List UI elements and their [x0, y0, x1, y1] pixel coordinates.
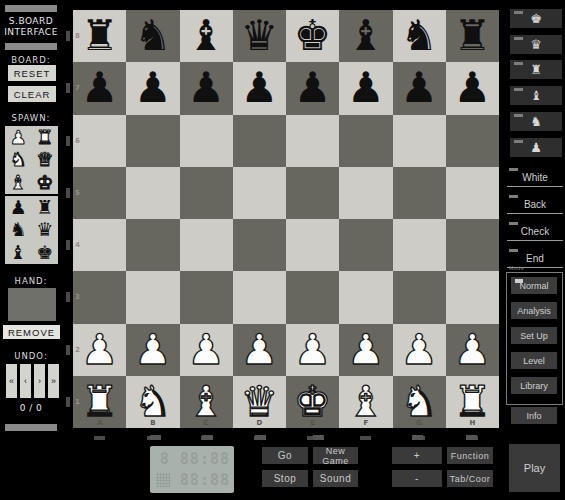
mode-group-label: Mode: [509, 265, 525, 271]
clock-row-secondary: 88:88: [156, 470, 230, 490]
square-d1[interactable]: ♛D: [233, 376, 286, 428]
minus-button[interactable]: -: [392, 470, 442, 487]
black-rook-icon: ♜: [36, 198, 53, 217]
undo-counter: 0 / 0: [0, 403, 62, 413]
square-d7[interactable]: ♟: [233, 62, 286, 114]
stop-button[interactable]: Stop: [262, 470, 308, 487]
square-g4[interactable]: [393, 219, 446, 271]
info-button[interactable]: Info: [511, 407, 557, 424]
square-b2[interactable]: ♟: [126, 324, 179, 376]
rank-label: 2: [75, 346, 80, 354]
square-f6[interactable]: [339, 115, 392, 167]
white-label: White: [522, 172, 548, 183]
spawn-black-bishop-button[interactable]: ♝: [5, 241, 32, 264]
rook-icon: ♜: [530, 63, 542, 76]
rank-tick: [66, 31, 70, 41]
panel-tick: [412, 435, 423, 440]
white-rook-piece: ♜: [454, 381, 492, 423]
new-game-button[interactable]: New Game: [313, 447, 358, 464]
white-pawn-piece: ♟: [187, 329, 225, 371]
rank-tick: [66, 136, 70, 146]
spawn-white-rook-button[interactable]: ♜: [32, 126, 59, 149]
rank-tick: [66, 240, 70, 250]
square-f5[interactable]: [339, 167, 392, 219]
square-e6[interactable]: [286, 115, 339, 167]
clock-row-main: 8 88:88: [156, 449, 230, 469]
button-indicator: [514, 37, 523, 40]
plus-button[interactable]: +: [392, 447, 442, 464]
square-g3[interactable]: [393, 271, 446, 323]
selected-indicator: [515, 279, 523, 283]
rank-label: 6: [75, 137, 80, 145]
white-queen-piece: ♛: [241, 381, 279, 423]
white-pawn-piece: ♟: [294, 329, 332, 371]
white-pawn-icon: ♟: [10, 128, 27, 147]
square-e2[interactable]: ♟: [286, 324, 339, 376]
white-pawn-piece: ♟: [134, 329, 172, 371]
mode-setup-button[interactable]: Set Up: [511, 327, 557, 344]
rank-label: 7: [75, 84, 80, 92]
square-d2[interactable]: ♟: [233, 324, 286, 376]
square-d4[interactable]: [233, 219, 286, 271]
button-indicator: [514, 11, 523, 14]
square-h7[interactable]: ♟: [446, 62, 499, 114]
file-label: G: [416, 419, 422, 427]
white-bishop-icon: ♝: [10, 173, 27, 192]
board-section-label: BOARD:: [0, 55, 62, 65]
white-king-icon: ♚: [36, 173, 53, 192]
panel-tick: [202, 435, 213, 440]
white-pawn-piece: ♟: [81, 329, 119, 371]
square-a4[interactable]: 4: [73, 219, 126, 271]
mode-analysis-button[interactable]: Analysis: [511, 302, 557, 319]
black-king-piece: ♚: [294, 15, 332, 57]
file-label: E: [310, 419, 315, 427]
mode-library-button[interactable]: Library: [511, 377, 557, 394]
spawn-black-knight-button[interactable]: ♞: [5, 219, 32, 242]
black-queen-icon: ♛: [36, 220, 53, 239]
white-pawn-piece: ♟: [454, 329, 492, 371]
square-c5[interactable]: [180, 167, 233, 219]
rank-tick: [66, 397, 70, 407]
hand-display-box: [8, 288, 56, 321]
hand-section-label: HAND:: [0, 276, 62, 286]
knight-icon: ♞: [530, 115, 542, 128]
file-tick: [94, 436, 105, 440]
button-indicator: [514, 114, 523, 117]
back-label: Back: [524, 199, 546, 210]
mode-level-button[interactable]: Level: [511, 352, 557, 369]
rank-label: 4: [75, 241, 80, 249]
square-g2[interactable]: ♟: [393, 324, 446, 376]
white-bishop-piece: ♝: [347, 381, 385, 423]
square-b5[interactable]: [126, 167, 179, 219]
square-e3[interactable]: [286, 271, 339, 323]
tab-coor-button[interactable]: Tab/Coor: [447, 470, 493, 487]
black-rook-piece: ♜: [81, 15, 119, 57]
square-f1[interactable]: ♝F: [339, 376, 392, 428]
bottom-divider-bar: [5, 424, 57, 431]
square-b7[interactable]: ♟: [126, 62, 179, 114]
spawn-black-king-button[interactable]: ♚: [32, 241, 59, 264]
queen-icon: ♛: [530, 38, 542, 51]
spawn-white-bishop-button[interactable]: ♝: [5, 171, 32, 194]
square-d6[interactable]: [233, 115, 286, 167]
square-e1[interactable]: ♚E: [286, 376, 339, 428]
black-knight-piece: ♞: [134, 15, 172, 57]
button-indicator: [509, 195, 518, 198]
spawn-black-queen-button[interactable]: ♛: [32, 219, 59, 242]
square-c7[interactable]: ♟: [180, 62, 233, 114]
spawn-palette-white: ♟♜♞♛♝♚: [5, 126, 58, 194]
function-button[interactable]: Function: [447, 447, 493, 464]
square-g1[interactable]: ♞G: [393, 376, 446, 428]
rook-select-button[interactable]: ♜: [510, 60, 562, 79]
square-e5[interactable]: [286, 167, 339, 219]
square-g7[interactable]: ♟: [393, 62, 446, 114]
black-pawn-piece: ♟: [81, 67, 119, 109]
black-pawn-piece: ♟: [400, 67, 438, 109]
white-knight-piece: ♞: [400, 381, 438, 423]
square-c8[interactable]: ♝: [180, 10, 233, 62]
spawn-white-queen-button[interactable]: ♛: [32, 149, 59, 172]
spawn-palette-black: ♟♜♞♛♝♚: [5, 196, 58, 264]
spawn-white-knight-button[interactable]: ♞: [5, 149, 32, 172]
white-pawn-piece: ♟: [400, 329, 438, 371]
square-c4[interactable]: [180, 219, 233, 271]
file-label: C: [204, 419, 209, 427]
spawn-white-king-button[interactable]: ♚: [32, 171, 59, 194]
clock-digits-secondary: 88:88: [180, 471, 230, 489]
rank-tick: [66, 292, 70, 302]
white-pawn-piece: ♟: [241, 329, 279, 371]
white-button[interactable]: White: [507, 166, 563, 187]
black-pawn-piece: ♟: [187, 67, 225, 109]
back-button[interactable]: Back: [507, 193, 563, 214]
square-b8[interactable]: ♞: [126, 10, 179, 62]
spawn-white-pawn-button[interactable]: ♟: [5, 126, 32, 149]
black-rook-piece: ♜: [454, 15, 492, 57]
square-a5[interactable]: 5: [73, 167, 126, 219]
white-rook-piece: ♜: [81, 381, 119, 423]
square-h3[interactable]: [446, 271, 499, 323]
black-bishop-icon: ♝: [10, 243, 27, 262]
undo-fast-back-button[interactable]: «: [6, 364, 17, 398]
mode-normal-button[interactable]: Normal: [511, 277, 557, 294]
white-pawn-piece: ♟: [347, 329, 385, 371]
square-g8[interactable]: ♞: [393, 10, 446, 62]
button-indicator: [509, 249, 518, 252]
square-b1[interactable]: ♞B: [126, 376, 179, 428]
square-f4[interactable]: [339, 219, 392, 271]
black-pawn-piece: ♟: [347, 67, 385, 109]
square-e7[interactable]: ♟: [286, 62, 339, 114]
king-select-button[interactable]: ♚: [510, 9, 562, 28]
rank-label: 3: [75, 293, 80, 301]
square-b4[interactable]: [126, 219, 179, 271]
undo-back-button[interactable]: ‹: [20, 364, 31, 398]
square-f8[interactable]: ♝: [339, 10, 392, 62]
rank-tick: [66, 188, 70, 198]
square-h5[interactable]: [446, 167, 499, 219]
white-knight-piece: ♞: [134, 381, 172, 423]
square-c1[interactable]: ♝C: [180, 376, 233, 428]
chess-board: ♜8♞♝♛♚♝♞♜♟7♟♟♟♟♟♟♟6543♟2♟♟♟♟♟♟♟♜1A♞B♝C♛D…: [73, 10, 499, 428]
spawn-black-pawn-button[interactable]: ♟: [5, 196, 32, 219]
file-label: D: [256, 419, 262, 427]
app-title-line2: INTERFACE: [0, 27, 62, 37]
mode-normal-label: Normal: [519, 281, 548, 291]
board-grid-icon: [156, 473, 170, 487]
redo-forward-button[interactable]: ›: [34, 364, 45, 398]
black-pawn-icon: ♟: [10, 198, 27, 217]
panel-tick: [313, 435, 324, 440]
square-h4[interactable]: [446, 219, 499, 271]
file-label: F: [363, 419, 368, 427]
remove-button[interactable]: REMOVE: [3, 325, 60, 339]
queen-select-button[interactable]: ♛: [510, 35, 562, 54]
white-knight-icon: ♞: [10, 150, 27, 169]
square-c3[interactable]: [180, 271, 233, 323]
file-tick: [360, 436, 371, 440]
black-knight-icon: ♞: [10, 220, 27, 239]
pawn-select-button[interactable]: ♟: [510, 138, 562, 157]
square-a2[interactable]: ♟2: [73, 324, 126, 376]
square-a7[interactable]: ♟7: [73, 62, 126, 114]
white-rook-icon: ♜: [36, 128, 53, 147]
square-f7[interactable]: ♟: [339, 62, 392, 114]
square-g6[interactable]: [393, 115, 446, 167]
black-bishop-piece: ♝: [347, 15, 385, 57]
clock-digits-main: 8 88:88: [160, 450, 230, 468]
square-b3[interactable]: [126, 271, 179, 323]
file-label: A: [97, 419, 102, 427]
square-h2[interactable]: ♟: [446, 324, 499, 376]
square-f2[interactable]: ♟: [339, 324, 392, 376]
file-label: B: [150, 419, 155, 427]
spawn-section-label: SPAWN:: [0, 113, 62, 123]
top-divider-bar: [5, 5, 57, 12]
black-knight-piece: ♞: [400, 15, 438, 57]
button-indicator: [514, 88, 523, 91]
reset-button[interactable]: RESET: [8, 65, 56, 81]
knight-select-button[interactable]: ♞: [510, 112, 562, 131]
square-d8[interactable]: ♛: [233, 10, 286, 62]
square-a8[interactable]: ♜8: [73, 10, 126, 62]
square-h1[interactable]: ♜H: [446, 376, 499, 428]
play-button[interactable]: Play: [509, 444, 560, 492]
panel-tick: [150, 435, 161, 440]
square-c2[interactable]: ♟: [180, 324, 233, 376]
black-pawn-piece: ♟: [454, 67, 492, 109]
black-queen-piece: ♛: [241, 15, 279, 57]
app-title-line1: S.BOARD: [0, 16, 62, 26]
square-a6[interactable]: 6: [73, 115, 126, 167]
bishop-select-button[interactable]: ♝: [510, 86, 562, 105]
square-c6[interactable]: [180, 115, 233, 167]
black-king-icon: ♚: [36, 243, 53, 262]
button-indicator: [509, 222, 518, 225]
rank-label: 5: [75, 189, 80, 197]
spawn-black-rook-button[interactable]: ♜: [32, 196, 59, 219]
black-bishop-piece: ♝: [187, 15, 225, 57]
clock-lcd-display: 8 88:88 88:88: [150, 446, 234, 493]
square-a1[interactable]: ♜1A: [73, 376, 126, 428]
pawn-icon: ♟: [530, 141, 542, 154]
panel-tick: [255, 435, 266, 440]
clear-button[interactable]: CLEAR: [8, 86, 56, 102]
square-h8[interactable]: ♜: [446, 10, 499, 62]
black-pawn-piece: ♟: [134, 67, 172, 109]
end-label: End: [526, 253, 544, 264]
rank-label: 1: [75, 398, 80, 406]
square-f3[interactable]: [339, 271, 392, 323]
square-d3[interactable]: [233, 271, 286, 323]
square-h6[interactable]: [446, 115, 499, 167]
rank-tick: [66, 83, 70, 93]
check-button[interactable]: Check: [507, 220, 563, 241]
square-e4[interactable]: [286, 219, 339, 271]
square-d5[interactable]: [233, 167, 286, 219]
panel-tick: [466, 435, 477, 440]
square-b6[interactable]: [126, 115, 179, 167]
sound-button[interactable]: Sound: [313, 470, 358, 487]
undo-section-label: UNDO:: [0, 351, 62, 361]
button-indicator: [514, 140, 523, 143]
chess-board-interface: S.BOARD INTERFACE BOARD: RESET CLEAR SPA…: [0, 0, 565, 500]
white-king-piece: ♚: [294, 381, 332, 423]
square-a3[interactable]: 3: [73, 271, 126, 323]
redo-fast-forward-button[interactable]: »: [48, 364, 59, 398]
king-icon: ♚: [530, 12, 542, 25]
rank-tick: [66, 345, 70, 355]
button-indicator: [514, 62, 523, 65]
go-button[interactable]: Go: [262, 447, 308, 464]
black-pawn-piece: ♟: [294, 67, 332, 109]
square-e8[interactable]: ♚: [286, 10, 339, 62]
bishop-icon: ♝: [530, 89, 542, 102]
rank-label: 8: [75, 32, 80, 40]
square-g5[interactable]: [393, 167, 446, 219]
title-divider-bar: [5, 43, 57, 50]
white-queen-icon: ♛: [36, 150, 53, 169]
black-pawn-piece: ♟: [241, 67, 279, 109]
white-bishop-piece: ♝: [187, 381, 225, 423]
check-label: Check: [521, 226, 549, 237]
button-indicator: [509, 168, 518, 171]
file-label: H: [469, 419, 475, 427]
